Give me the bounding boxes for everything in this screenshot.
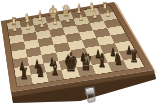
square-h2 — [8, 27, 22, 36]
square-b6 — [100, 43, 119, 54]
square-b7 — [104, 51, 124, 62]
square-e7 — [59, 59, 77, 70]
square-f6 — [42, 53, 59, 64]
square-d6 — [71, 48, 89, 59]
square-b5 — [96, 35, 114, 45]
square-g7 — [29, 63, 46, 74]
square-a7 — [119, 49, 139, 60]
square-c5 — [82, 38, 100, 48]
square-d2 — [60, 19, 76, 28]
square-c4 — [79, 30, 96, 40]
square-a5 — [111, 33, 130, 43]
square-d8 — [77, 65, 96, 77]
square-h6 — [13, 57, 29, 68]
square-b2 — [87, 14, 104, 23]
square-g8 — [31, 72, 49, 84]
square-c7 — [89, 54, 108, 65]
square-g4 — [24, 39, 40, 49]
square-a4 — [107, 26, 125, 36]
square-e5 — [54, 42, 71, 52]
square-g1 — [20, 19, 34, 28]
square-g2 — [21, 25, 36, 34]
square-h7 — [14, 66, 31, 77]
square-f7 — [44, 61, 62, 72]
square-e6 — [56, 50, 73, 61]
square-f3 — [36, 30, 52, 39]
square-a2 — [100, 12, 117, 21]
square-f4 — [38, 37, 54, 47]
square-d7 — [74, 56, 93, 67]
square-d5 — [68, 40, 85, 50]
square-d1 — [58, 12, 73, 21]
square-e4 — [51, 35, 67, 45]
square-g6 — [27, 55, 44, 66]
square-f5 — [40, 45, 57, 55]
chess-set-photo: ♜♞♝♚♛♝♞♜♟♟♟♟♟♟♟♟♟♟♟♟♟♟♟♟♜♞♝♚♛♝♞♜ — [0, 0, 160, 109]
square-e1 — [45, 14, 60, 23]
square-h1 — [7, 21, 21, 30]
square-e8 — [61, 67, 80, 79]
board-grid — [7, 6, 144, 87]
square-g3 — [22, 32, 37, 41]
square-a8 — [123, 58, 144, 70]
square-b3 — [90, 21, 107, 30]
square-c6 — [85, 46, 103, 57]
square-c8 — [92, 63, 112, 75]
square-h3 — [9, 34, 24, 43]
square-h8 — [16, 75, 33, 87]
square-c3 — [76, 23, 93, 32]
square-e2 — [47, 21, 63, 30]
clasp-loop-icon — [86, 92, 95, 102]
square-a3 — [103, 19, 121, 28]
square-a1 — [97, 6, 114, 15]
square-b8 — [108, 60, 128, 72]
square-f1 — [32, 17, 47, 26]
square-b1 — [84, 8, 100, 17]
square-f8 — [46, 70, 64, 82]
square-c2 — [73, 16, 89, 25]
square-a6 — [115, 41, 134, 52]
chess-board — [1, 2, 154, 92]
square-h5 — [12, 49, 28, 59]
square-e3 — [49, 28, 65, 37]
square-c1 — [71, 10, 87, 19]
square-b4 — [93, 28, 111, 38]
square-h4 — [10, 42, 25, 52]
square-f2 — [34, 23, 49, 32]
square-d4 — [65, 33, 82, 43]
square-d3 — [63, 25, 79, 34]
square-g5 — [26, 47, 42, 57]
